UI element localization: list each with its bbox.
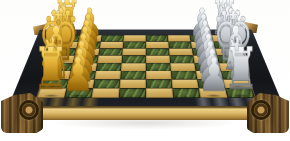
square-f5 [146,71,172,79]
square-b5 [146,42,169,49]
square-d6 [170,56,195,64]
square-c6 [169,48,193,55]
chess-board: ♜♟♟♜♞♟♟♞♝♟♟♝♛♟♟♛♚♟♟♚♝♟♟♝♞♟♟♞♜♟♟♜ [8,29,284,107]
square-h4 [119,88,146,97]
square-g3 [93,79,120,88]
square-d4 [122,56,146,64]
square-e6 [170,63,196,71]
chess-set-photo: ♜♟♟♜♞♟♟♞♝♟♟♝♛♟♟♛♚♟♟♚♝♟♟♝♞♟♟♞♜♟♟♜ [0,0,290,141]
volute-scroll-icon [19,100,39,120]
silver-rook: ♜ [223,39,259,97]
square-f4 [120,71,146,79]
square-g5 [146,79,172,88]
board-grid: ♜♟♟♜♞♟♟♞♝♟♟♝♛♟♟♛♚♟♟♚♝♟♟♝♞♟♟♞♜♟♟♜ [37,35,255,98]
volute-scroll-icon [251,100,271,120]
square-b3 [100,42,124,49]
square-h6 [172,88,200,97]
square-g6 [172,79,199,88]
square-f3 [95,71,121,79]
gold-pawn: ♟ [62,51,94,98]
square-f6 [171,71,197,79]
square-h5 [146,88,173,97]
front-left-foot [1,93,43,133]
square-e4 [121,63,146,71]
square-h8: ♜ [225,88,255,97]
square-e3 [96,63,122,71]
board-front-brass-edge [5,106,286,120]
square-c4 [122,48,146,55]
square-b4 [123,42,146,49]
front-right-foot [247,93,289,133]
square-h2: ♟ [64,88,93,97]
square-c5 [146,48,170,55]
square-c3 [98,48,122,55]
square-b6 [168,42,192,49]
square-e5 [146,63,171,71]
square-d5 [146,56,170,64]
square-h3 [92,88,120,97]
square-g4 [120,79,146,88]
square-d3 [97,56,122,64]
